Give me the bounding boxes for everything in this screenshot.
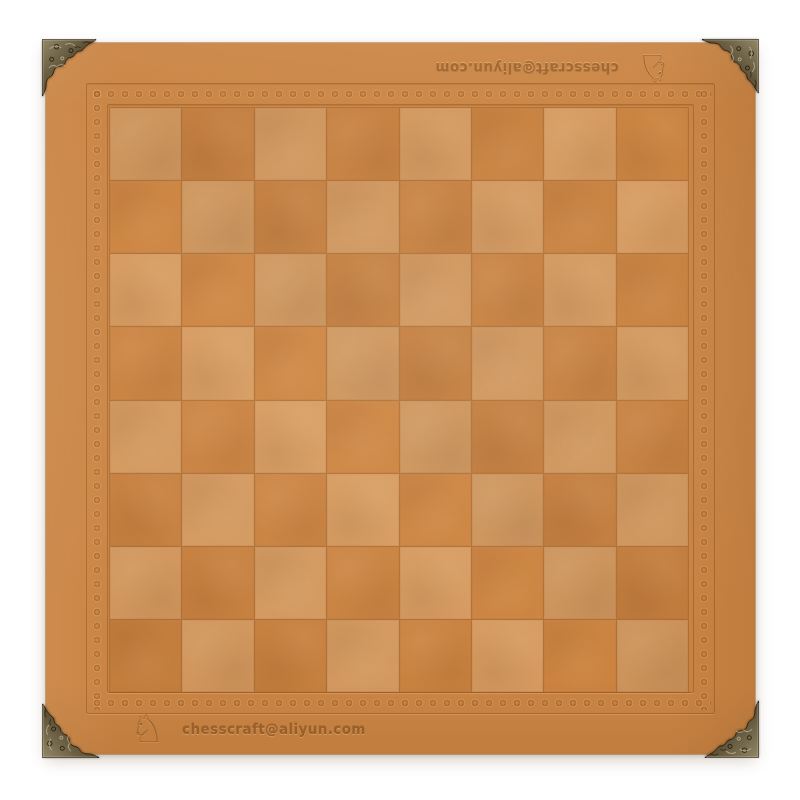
square-b7 xyxy=(182,181,253,253)
square-b8 xyxy=(182,108,253,180)
square-g3 xyxy=(544,474,615,546)
square-a8 xyxy=(110,108,181,180)
square-e1 xyxy=(400,620,471,692)
square-d7 xyxy=(327,181,398,253)
square-c5 xyxy=(255,327,326,399)
square-g1 xyxy=(544,620,615,692)
knight-logo-bottom-icon: ♘ xyxy=(130,710,164,748)
square-h2 xyxy=(617,547,688,619)
square-g6 xyxy=(544,254,615,326)
square-e8 xyxy=(400,108,471,180)
square-f8 xyxy=(472,108,543,180)
square-h1 xyxy=(617,620,688,692)
product-photo: ♘ chesscraft@aliyun.com ♘ chesscraft@ali… xyxy=(0,0,800,800)
square-a7 xyxy=(110,181,181,253)
brand-text-top: chesscraft@aliyun.com xyxy=(435,60,619,76)
square-e6 xyxy=(400,254,471,326)
square-h7 xyxy=(617,181,688,253)
square-d8 xyxy=(327,108,398,180)
square-a2 xyxy=(110,547,181,619)
square-f2 xyxy=(472,547,543,619)
square-b1 xyxy=(182,620,253,692)
square-g8 xyxy=(544,108,615,180)
square-c8 xyxy=(255,108,326,180)
square-h5 xyxy=(617,327,688,399)
square-f1 xyxy=(472,620,543,692)
square-b3 xyxy=(182,474,253,546)
square-c2 xyxy=(255,547,326,619)
square-a5 xyxy=(110,327,181,399)
square-b5 xyxy=(182,327,253,399)
square-c4 xyxy=(255,401,326,473)
ornament-border-right xyxy=(697,87,711,710)
square-d6 xyxy=(327,254,398,326)
square-b6 xyxy=(182,254,253,326)
square-e5 xyxy=(400,327,471,399)
square-g4 xyxy=(544,401,615,473)
square-d4 xyxy=(327,401,398,473)
square-d3 xyxy=(327,474,398,546)
square-e2 xyxy=(400,547,471,619)
square-f6 xyxy=(472,254,543,326)
corner-guard-bottom-right-icon xyxy=(701,700,759,758)
square-c3 xyxy=(255,474,326,546)
square-e4 xyxy=(400,401,471,473)
square-a3 xyxy=(110,474,181,546)
square-c7 xyxy=(255,181,326,253)
corner-guard-top-left-icon xyxy=(42,39,100,97)
square-d5 xyxy=(327,327,398,399)
square-h8 xyxy=(617,108,688,180)
square-e3 xyxy=(400,474,471,546)
square-g7 xyxy=(544,181,615,253)
square-f3 xyxy=(472,474,543,546)
square-h4 xyxy=(617,401,688,473)
chess-board xyxy=(110,108,688,692)
chess-board-mat: ♘ chesscraft@aliyun.com ♘ chesscraft@ali… xyxy=(46,43,755,754)
square-a4 xyxy=(110,401,181,473)
square-g2 xyxy=(544,547,615,619)
brand-bottom: ♘ chesscraft@aliyun.com xyxy=(130,710,366,748)
knight-logo-top-icon: ♘ xyxy=(637,49,671,87)
square-b4 xyxy=(182,401,253,473)
square-c6 xyxy=(255,254,326,326)
corner-guard-top-right-icon xyxy=(701,39,759,97)
square-d1 xyxy=(327,620,398,692)
square-a6 xyxy=(110,254,181,326)
square-a1 xyxy=(110,620,181,692)
square-f4 xyxy=(472,401,543,473)
square-e7 xyxy=(400,181,471,253)
brand-top: ♘ chesscraft@aliyun.com xyxy=(435,49,671,87)
brand-text-bottom: chesscraft@aliyun.com xyxy=(182,721,366,737)
square-g5 xyxy=(544,327,615,399)
square-d2 xyxy=(327,547,398,619)
square-h6 xyxy=(617,254,688,326)
corner-guard-bottom-left-icon xyxy=(42,700,100,758)
ornament-border-left xyxy=(90,87,104,710)
square-b2 xyxy=(182,547,253,619)
square-h3 xyxy=(617,474,688,546)
square-f7 xyxy=(472,181,543,253)
square-c1 xyxy=(255,620,326,692)
ornament-border-bottom xyxy=(90,696,711,710)
square-f5 xyxy=(472,327,543,399)
ornament-border-top xyxy=(90,87,711,101)
